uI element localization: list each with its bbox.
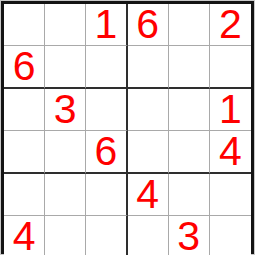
cell-r1c2[interactable] xyxy=(45,4,86,46)
cell-r2c3[interactable] xyxy=(86,46,127,89)
cell-r6c6[interactable] xyxy=(210,216,251,255)
cell-r4c2[interactable] xyxy=(45,131,86,174)
cell-r1c1[interactable] xyxy=(4,4,45,46)
cell-r4c1[interactable] xyxy=(4,131,45,174)
cell-r1c4[interactable]: 6 xyxy=(128,4,169,46)
cell-r6c3[interactable] xyxy=(86,216,127,255)
cell-r6c5[interactable]: 3 xyxy=(169,216,210,255)
cell-r1c6[interactable]: 2 xyxy=(210,4,251,46)
cell-r2c5[interactable] xyxy=(169,46,210,89)
cell-r4c4[interactable] xyxy=(128,131,169,174)
cell-r5c4[interactable]: 4 xyxy=(128,174,169,216)
cell-r2c1[interactable]: 6 xyxy=(4,46,45,89)
sudoku-grid: 16263164443 xyxy=(4,4,251,251)
cell-r1c5[interactable] xyxy=(169,4,210,46)
cell-r2c2[interactable] xyxy=(45,46,86,89)
cell-r5c5[interactable] xyxy=(169,174,210,216)
cell-r4c6[interactable]: 4 xyxy=(210,131,251,174)
cell-r6c1[interactable]: 4 xyxy=(4,216,45,255)
cell-r4c3[interactable]: 6 xyxy=(86,131,127,174)
cell-r6c2[interactable] xyxy=(45,216,86,255)
cell-r3c2[interactable]: 3 xyxy=(45,89,86,131)
cell-r1c3[interactable]: 1 xyxy=(86,4,127,46)
cell-r3c4[interactable] xyxy=(128,89,169,131)
cell-r3c3[interactable] xyxy=(86,89,127,131)
sudoku-board: 16263164443 xyxy=(1,1,254,254)
cell-r2c6[interactable] xyxy=(210,46,251,89)
cell-r3c5[interactable] xyxy=(169,89,210,131)
cell-r5c2[interactable] xyxy=(45,174,86,216)
cell-r2c4[interactable] xyxy=(128,46,169,89)
cell-r5c3[interactable] xyxy=(86,174,127,216)
cell-r5c1[interactable] xyxy=(4,174,45,216)
cell-r5c6[interactable] xyxy=(210,174,251,216)
cell-r4c5[interactable] xyxy=(169,131,210,174)
cell-r3c6[interactable]: 1 xyxy=(210,89,251,131)
cell-r3c1[interactable] xyxy=(4,89,45,131)
cell-r6c4[interactable] xyxy=(128,216,169,255)
